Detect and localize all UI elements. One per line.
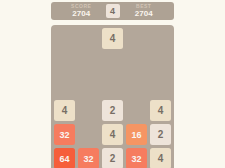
tile-2: 2 — [102, 100, 123, 121]
cell-empty — [126, 100, 147, 121]
best-box: BEST 2704 — [120, 4, 169, 18]
cell-empty — [126, 76, 147, 97]
cell-empty — [150, 52, 171, 73]
header-tile-4: 4 — [106, 4, 120, 18]
score-value: 2704 — [72, 10, 90, 18]
game-board[interactable]: 442432416264322324 — [51, 25, 174, 168]
tile-4: 4 — [102, 28, 123, 49]
tile-4: 4 — [150, 100, 171, 121]
cell-empty — [126, 52, 147, 73]
cell-empty — [54, 76, 75, 97]
cell-empty — [78, 76, 99, 97]
cell-empty — [126, 28, 147, 49]
score-bar: SCORE 2704 4 BEST 2704 — [51, 2, 174, 20]
cell-empty — [78, 100, 99, 121]
tile-4: 4 — [150, 148, 171, 168]
tile-2: 2 — [150, 124, 171, 145]
cell-empty — [78, 52, 99, 73]
tile-32: 32 — [54, 124, 75, 145]
cell-empty — [102, 52, 123, 73]
tile-4: 4 — [102, 124, 123, 145]
tile-16: 16 — [126, 124, 147, 145]
cell-empty — [54, 52, 75, 73]
cell-empty — [102, 76, 123, 97]
tile-32: 32 — [78, 148, 99, 168]
game-screen: SCORE 2704 4 BEST 2704 44243241626432232… — [0, 0, 225, 168]
cell-empty — [78, 28, 99, 49]
cell-empty — [150, 28, 171, 49]
cell-empty — [150, 76, 171, 97]
tile-64: 64 — [54, 148, 75, 168]
board-grid: 442432416264322324 — [54, 28, 171, 168]
best-value: 2704 — [135, 10, 153, 18]
tile-4: 4 — [54, 100, 75, 121]
tile-2: 2 — [102, 148, 123, 168]
score-box: SCORE 2704 — [57, 4, 106, 18]
tile-32: 32 — [126, 148, 147, 168]
cell-empty — [54, 28, 75, 49]
cell-empty — [78, 124, 99, 145]
